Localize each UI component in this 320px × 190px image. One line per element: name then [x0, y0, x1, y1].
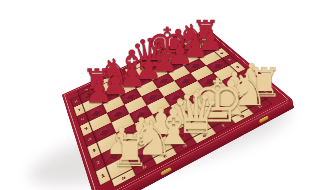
brass-clasp — [259, 115, 269, 123]
hinge — [78, 144, 81, 150]
playing-area: ◆♜♞◆♝♛◆♚♝◆♞♜♟◆♟♟◆♟♟◆♟♟◆♟◆◆◆◆◆◆◆◆◆◆◆◆◆◆◆◆… — [79, 39, 266, 179]
chess-board: abcdefgh abcdefgh 87654321 87654321 ◆♜♞◆… — [62, 29, 292, 190]
red-pawn-a7: ♟ — [85, 76, 103, 107]
brass-clasp — [161, 167, 172, 176]
chess-set-photo: abcdefgh abcdefgh 87654321 87654321 ◆♜♞◆… — [0, 0, 320, 190]
cream-rook-a1: ♜ — [110, 129, 133, 173]
